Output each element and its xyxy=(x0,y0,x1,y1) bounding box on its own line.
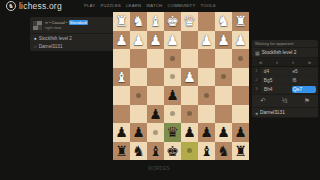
square-c8[interactable]: ♝ xyxy=(198,142,215,161)
white-pawn: ♟ xyxy=(200,33,213,47)
white-bishop: ♝ xyxy=(149,14,162,28)
move-list: 1d4e52Bg5f63Bh4Qe7 xyxy=(252,67,318,94)
square-c7[interactable]: ♟ xyxy=(198,123,215,142)
square-f3[interactable] xyxy=(147,49,164,68)
square-d4[interactable]: ♟ xyxy=(181,68,198,87)
move-row: 2Bg5f6 xyxy=(252,76,318,85)
resign-button[interactable]: ⚑ xyxy=(304,95,310,107)
square-h3[interactable] xyxy=(113,49,130,68)
white-side-icon: ● xyxy=(34,36,37,41)
square-b5[interactable] xyxy=(215,86,232,105)
square-e5[interactable]: ♟ xyxy=(164,86,181,105)
square-d3[interactable] xyxy=(181,49,198,68)
lichess-game-page: ♞ lichess.org PLAYPUZZLESLEARNWATCHCOMMU… xyxy=(0,0,320,180)
offer-draw-button[interactable]: ½ xyxy=(282,95,287,107)
square-b3[interactable] xyxy=(215,49,232,68)
nav-menu: PLAYPUZZLESLEARNWATCHCOMMUNITYTOOLS xyxy=(84,3,216,8)
lichess-logo-icon[interactable]: ♞ xyxy=(6,1,16,11)
square-c6[interactable] xyxy=(198,105,215,124)
game-meta-panel: ∞ • Casual • Standard right now ●Stockfi… xyxy=(30,17,115,51)
black-side-icon: ○ xyxy=(34,44,37,49)
square-f4[interactable] xyxy=(147,68,164,87)
move-hint-dot xyxy=(221,74,226,79)
square-d8[interactable] xyxy=(181,142,198,161)
square-d2[interactable] xyxy=(181,31,198,50)
own-player-row[interactable]: ● Darnel3131 xyxy=(252,108,318,118)
square-d7[interactable]: ♟ xyxy=(181,123,198,142)
black-rook: ♜ xyxy=(234,144,247,158)
black-bishop: ♝ xyxy=(149,144,162,158)
square-f8[interactable]: ♝ xyxy=(147,142,164,161)
own-player-name: Darnel3131 xyxy=(260,110,285,115)
black-pawn: ♟ xyxy=(166,88,179,102)
white-pawn: ♟ xyxy=(234,33,247,47)
white-knight: ♞ xyxy=(132,14,145,28)
opponent-player-name: Stockfish level 2 xyxy=(262,50,297,55)
prev-move-button[interactable]: ‹ xyxy=(276,58,278,66)
game-meta-time: right now xyxy=(45,25,88,30)
square-g2[interactable]: ♟ xyxy=(130,31,147,50)
square-g1[interactable]: ♞ xyxy=(130,12,147,31)
square-h7[interactable]: ♟ xyxy=(113,123,130,142)
move-row: 1d4e5 xyxy=(252,67,318,76)
square-e1[interactable]: ♚ xyxy=(164,12,181,31)
nav-item-learn[interactable]: LEARN xyxy=(126,3,141,8)
move-hint-dot xyxy=(187,148,192,153)
move-row: 3Bh4Qe7 xyxy=(252,85,318,94)
move-hint-dot xyxy=(136,93,141,98)
square-e8[interactable]: ♚ xyxy=(164,142,181,161)
black-pawn: ♟ xyxy=(217,125,230,139)
square-b8[interactable]: ♞ xyxy=(215,142,232,161)
square-d5[interactable] xyxy=(181,86,198,105)
move-Bg5[interactable]: Bg5 xyxy=(261,78,290,83)
black-pawn: ♟ xyxy=(183,125,196,139)
move-hint-dot xyxy=(238,56,243,61)
next-move-button[interactable]: › xyxy=(292,58,294,66)
nav-item-tools[interactable]: TOOLS xyxy=(200,3,215,8)
black-pawn: ♟ xyxy=(132,125,145,139)
square-h5[interactable] xyxy=(113,86,130,105)
square-b2[interactable]: ♟ xyxy=(215,31,232,50)
meta-player-name: Darnel3131 xyxy=(39,44,63,49)
black-pawn: ♟ xyxy=(200,125,213,139)
black-pawn: ♟ xyxy=(149,107,162,121)
square-e3[interactable] xyxy=(164,49,181,68)
white-knight: ♞ xyxy=(217,14,230,28)
square-h1[interactable]: ♜ xyxy=(113,12,130,31)
square-b7[interactable]: ♟ xyxy=(215,123,232,142)
square-b4[interactable] xyxy=(215,68,232,87)
move-number: 3 xyxy=(252,85,261,93)
move-number: 1 xyxy=(252,67,261,75)
white-bishop: ♝ xyxy=(115,70,128,84)
first-move-button[interactable]: « xyxy=(259,58,262,66)
square-c3[interactable] xyxy=(198,49,215,68)
black-knight: ♞ xyxy=(217,144,230,158)
white-pawn: ♟ xyxy=(149,33,162,47)
game-meta-players: ●Stockfish level 2○Darnel3131 xyxy=(30,33,115,50)
white-pawn: ♟ xyxy=(166,33,179,47)
square-e2[interactable]: ♟ xyxy=(164,31,181,50)
square-a6[interactable] xyxy=(232,105,249,124)
white-rook: ♜ xyxy=(115,14,128,28)
square-c4[interactable] xyxy=(198,68,215,87)
square-e6[interactable] xyxy=(164,105,181,124)
square-b1[interactable]: ♞ xyxy=(215,12,232,31)
white-queen: ♛ xyxy=(183,14,196,28)
white-king: ♚ xyxy=(166,14,179,28)
player-status-icon: ● xyxy=(255,110,258,116)
square-a1[interactable]: ♜ xyxy=(232,12,249,31)
game-action-bar: ↶½⚑ xyxy=(252,94,318,108)
square-f5[interactable] xyxy=(147,86,164,105)
square-e7[interactable]: ♛ xyxy=(164,123,181,142)
black-knight: ♞ xyxy=(132,144,145,158)
square-c2[interactable]: ♟ xyxy=(198,31,215,50)
square-g5[interactable] xyxy=(130,86,147,105)
square-g8[interactable]: ♞ xyxy=(130,142,147,161)
black-pawn: ♟ xyxy=(234,125,247,139)
square-e4[interactable] xyxy=(164,68,181,87)
move-hint-dot xyxy=(187,111,192,116)
square-c1[interactable] xyxy=(198,12,215,31)
black-queen: ♛ xyxy=(166,125,179,139)
footer-caption: MORDES xyxy=(148,166,170,171)
black-bishop: ♝ xyxy=(200,144,213,158)
game-meta-header: ∞ • Casual • Standard right now xyxy=(30,19,115,32)
square-g3[interactable] xyxy=(130,49,147,68)
white-pawn: ♟ xyxy=(115,33,128,47)
black-king: ♚ xyxy=(166,144,179,158)
move-hint-dot xyxy=(153,130,158,135)
nav-item-watch[interactable]: WATCH xyxy=(146,3,162,8)
square-a7[interactable]: ♟ xyxy=(232,123,249,142)
game-meta-highlight: Standard xyxy=(69,20,88,25)
engine-icon: ▦ xyxy=(255,50,260,56)
top-nav: ♞ lichess.org xyxy=(6,1,62,11)
square-g6[interactable] xyxy=(130,105,147,124)
move-hint-dot xyxy=(204,93,209,98)
square-a5[interactable] xyxy=(232,86,249,105)
black-pawn: ♟ xyxy=(115,125,128,139)
chess-board: ♜♞♝♚♛♞♜♟♟♟♟♟♟♟♝♟♟♟♟♟♛♟♟♟♟♜♞♝♚♝♞♜ xyxy=(113,12,249,160)
square-f7[interactable] xyxy=(147,123,164,142)
last-move-button[interactable]: » xyxy=(308,58,311,66)
square-f1[interactable]: ♝ xyxy=(147,12,164,31)
square-d1[interactable]: ♛ xyxy=(181,12,198,31)
move-hint-dot xyxy=(170,56,175,61)
move-nav-bar: «‹›» xyxy=(252,58,318,67)
meta-player-name: Stockfish level 2 xyxy=(39,36,72,41)
opponent-player-row[interactable]: ▦ Stockfish level 2 xyxy=(252,48,318,58)
nav-item-puzzles[interactable]: PUZZLES xyxy=(100,3,121,8)
takeback-button[interactable]: ↶ xyxy=(260,95,265,107)
move-d4[interactable]: d4 xyxy=(261,69,290,74)
square-c5[interactable] xyxy=(198,86,215,105)
square-g4[interactable] xyxy=(130,68,147,87)
square-a4[interactable] xyxy=(232,68,249,87)
move-Qe7[interactable]: Qe7 xyxy=(292,86,316,93)
meta-player-black[interactable]: ○Darnel3131 xyxy=(30,42,115,50)
square-h4[interactable]: ♝ xyxy=(113,68,130,87)
move-hint-dot xyxy=(170,74,175,79)
lichess-logo-text[interactable]: lichess.org xyxy=(19,1,62,11)
square-b6[interactable] xyxy=(215,105,232,124)
square-a2[interactable]: ♟ xyxy=(232,31,249,50)
move-hint-dot xyxy=(170,111,175,116)
meta-player-white[interactable]: ●Stockfish level 2 xyxy=(30,34,115,42)
white-pawn: ♟ xyxy=(217,33,230,47)
white-pawn: ♟ xyxy=(183,70,196,84)
white-rook: ♜ xyxy=(234,14,247,28)
game-side-panel: Waiting for opponent ▦ Stockfish level 2… xyxy=(252,40,318,118)
move-Bh4[interactable]: Bh4 xyxy=(261,87,290,92)
game-type-icon xyxy=(33,21,42,30)
nav-item-play[interactable]: PLAY xyxy=(84,3,95,8)
status-text: Waiting for opponent xyxy=(252,40,318,48)
white-pawn: ♟ xyxy=(132,33,145,47)
square-g7[interactable]: ♟ xyxy=(130,123,147,142)
move-f6[interactable]: f6 xyxy=(289,78,318,83)
square-a3[interactable] xyxy=(232,49,249,68)
square-a8[interactable]: ♜ xyxy=(232,142,249,161)
square-h6[interactable] xyxy=(113,105,130,124)
square-d6[interactable] xyxy=(181,105,198,124)
black-rook: ♜ xyxy=(115,144,128,158)
square-h2[interactable]: ♟ xyxy=(113,31,130,50)
square-f6[interactable]: ♟ xyxy=(147,105,164,124)
square-f2[interactable]: ♟ xyxy=(147,31,164,50)
square-h8[interactable]: ♜ xyxy=(113,142,130,161)
nav-item-community[interactable]: COMMUNITY xyxy=(167,3,195,8)
move-e5[interactable]: e5 xyxy=(289,69,318,74)
move-number: 2 xyxy=(252,76,261,84)
